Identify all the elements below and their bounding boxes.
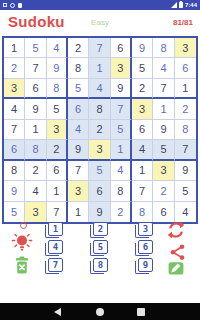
number-button-4[interactable]: 4 — [48, 240, 63, 254]
sudoku-cell-r7c5[interactable]: 5 — [89, 161, 110, 181]
sudoku-cell-r1c1[interactable]: 1 — [4, 38, 25, 58]
sudoku-cell-r3c9[interactable]: 1 — [175, 79, 196, 99]
progress-counter: 81/81 — [173, 18, 193, 27]
sudoku-cell-r9c8[interactable]: 6 — [153, 202, 174, 222]
sudoku-cell-r7c2[interactable]: 2 — [25, 161, 46, 181]
sudoku-cell-r3c8[interactable]: 7 — [153, 79, 174, 99]
sudoku-grid: 1542769832798135463685492714956873127134… — [2, 36, 198, 224]
sudoku-cell-r7c4[interactable]: 7 — [68, 161, 89, 181]
sudoku-cell-r1c2[interactable]: 5 — [25, 38, 46, 58]
restart-icon[interactable] — [167, 221, 185, 239]
sudoku-cell-r6c3[interactable]: 2 — [47, 140, 68, 160]
number-button-9[interactable]: 9 — [138, 258, 153, 272]
sudoku-cell-r8c4[interactable]: 3 — [68, 181, 89, 201]
sudoku-cell-r1c6[interactable]: 6 — [111, 38, 132, 58]
sudoku-cell-r1c3[interactable]: 4 — [47, 38, 68, 58]
sudoku-cell-r9c5[interactable]: 9 — [89, 202, 110, 222]
notification-square-icon — [3, 3, 7, 7]
sudoku-cell-r5c5[interactable]: 2 — [89, 120, 110, 140]
difficulty-label: Easy — [0, 18, 200, 27]
status-bar: 7:44 — [0, 0, 200, 10]
sudoku-cell-r1c5[interactable]: 7 — [89, 38, 110, 58]
notes-pencil-icon[interactable] — [168, 261, 184, 276]
app-header: Sudoku Easy 81/81 — [0, 10, 200, 36]
sudoku-cell-r3c1[interactable]: 3 — [4, 79, 25, 99]
signal-icon — [171, 2, 177, 8]
number-button-6[interactable]: 6 — [138, 240, 153, 254]
sudoku-cell-r7c1[interactable]: 8 — [4, 161, 25, 181]
sudoku-cell-r3c5[interactable]: 4 — [89, 79, 110, 99]
sudoku-cell-r4c1[interactable]: 4 — [4, 99, 25, 119]
sudoku-cell-r3c2[interactable]: 6 — [25, 79, 46, 99]
sudoku-cell-r4c7[interactable]: 3 — [132, 99, 153, 119]
sudoku-cell-r8c6[interactable]: 8 — [111, 181, 132, 201]
sudoku-cell-r2c6[interactable]: 3 — [111, 58, 132, 78]
sudoku-cell-r4c8[interactable]: 1 — [153, 99, 174, 119]
sudoku-cell-r5c6[interactable]: 5 — [111, 120, 132, 140]
back-icon[interactable] — [54, 308, 61, 316]
sudoku-cell-r8c1[interactable]: 9 — [4, 181, 25, 201]
sudoku-cell-r1c8[interactable]: 8 — [153, 38, 174, 58]
erase-trash-icon[interactable] — [14, 256, 30, 274]
sudoku-cell-r2c8[interactable]: 4 — [153, 58, 174, 78]
sudoku-cell-r4c3[interactable]: 5 — [47, 99, 68, 119]
hint-lightbulb-icon[interactable] — [11, 231, 33, 255]
sudoku-cell-r4c4[interactable]: 6 — [68, 99, 89, 119]
sudoku-cell-r8c7[interactable]: 7 — [132, 181, 153, 201]
sudoku-cell-r7c7[interactable]: 1 — [132, 161, 153, 181]
sudoku-cell-r7c3[interactable]: 6 — [47, 161, 68, 181]
sudoku-cell-r1c7[interactable]: 9 — [132, 38, 153, 58]
sudoku-cell-r5c7[interactable]: 6 — [132, 120, 153, 140]
sudoku-cell-r2c5[interactable]: 1 — [89, 58, 110, 78]
sudoku-cell-r5c1[interactable]: 7 — [4, 120, 25, 140]
sudoku-cell-r5c4[interactable]: 4 — [68, 120, 89, 140]
sudoku-cell-r2c7[interactable]: 5 — [132, 58, 153, 78]
hint-indicator-dot — [20, 222, 27, 229]
sudoku-cell-r4c2[interactable]: 9 — [25, 99, 46, 119]
sudoku-cell-r5c3[interactable]: 3 — [47, 120, 68, 140]
number-pad: 123456789 — [48, 222, 153, 272]
number-button-1[interactable]: 1 — [48, 222, 63, 236]
sudoku-cell-r9c9[interactable]: 4 — [175, 202, 196, 222]
sudoku-cell-r3c4[interactable]: 5 — [68, 79, 89, 99]
sudoku-cell-r2c4[interactable]: 8 — [68, 58, 89, 78]
sudoku-cell-r5c8[interactable]: 9 — [153, 120, 174, 140]
sudoku-cell-r6c8[interactable]: 5 — [153, 140, 174, 160]
sudoku-cell-r4c6[interactable]: 7 — [111, 99, 132, 119]
notification-app-icon — [18, 3, 22, 8]
sudoku-cell-r8c3[interactable]: 1 — [47, 181, 68, 201]
home-icon[interactable] — [96, 308, 104, 316]
sudoku-cell-r9c2[interactable]: 3 — [25, 202, 46, 222]
share-icon[interactable] — [170, 244, 185, 260]
number-button-2[interactable]: 2 — [93, 222, 108, 236]
sudoku-cell-r6c7[interactable]: 4 — [132, 140, 153, 160]
sudoku-cell-r6c2[interactable]: 8 — [25, 140, 46, 160]
sudoku-cell-r9c7[interactable]: 8 — [132, 202, 153, 222]
sudoku-cell-r6c1[interactable]: 6 — [4, 140, 25, 160]
sudoku-cell-r3c3[interactable]: 8 — [47, 79, 68, 99]
sudoku-cell-r9c4[interactable]: 1 — [68, 202, 89, 222]
sudoku-cell-r6c4[interactable]: 9 — [68, 140, 89, 160]
sudoku-cell-r8c8[interactable]: 2 — [153, 181, 174, 201]
sudoku-cell-r4c5[interactable]: 8 — [89, 99, 110, 119]
number-button-5[interactable]: 5 — [93, 240, 108, 254]
sudoku-cell-r7c9[interactable]: 9 — [175, 161, 196, 181]
sudoku-cell-r3c6[interactable]: 9 — [111, 79, 132, 99]
sudoku-cell-r8c5[interactable]: 6 — [89, 181, 110, 201]
sudoku-cell-r7c6[interactable]: 4 — [111, 161, 132, 181]
battery-icon — [179, 2, 183, 8]
sudoku-cell-r9c1[interactable]: 5 — [4, 202, 25, 222]
sudoku-cell-r1c9[interactable]: 3 — [175, 38, 196, 58]
number-button-8[interactable]: 8 — [93, 258, 108, 272]
sudoku-cell-r6c9[interactable]: 7 — [175, 140, 196, 160]
sudoku-cell-r2c1[interactable]: 2 — [4, 58, 25, 78]
notification-circle-icon — [10, 3, 15, 8]
sudoku-cell-r2c3[interactable]: 9 — [47, 58, 68, 78]
sudoku-cell-r8c2[interactable]: 4 — [25, 181, 46, 201]
sudoku-cell-r9c6[interactable]: 2 — [111, 202, 132, 222]
sudoku-cell-r5c9[interactable]: 8 — [175, 120, 196, 140]
number-button-3[interactable]: 3 — [138, 222, 153, 236]
sudoku-cell-r3c7[interactable]: 2 — [132, 79, 153, 99]
sudoku-cell-r6c6[interactable]: 1 — [111, 140, 132, 160]
sudoku-cell-r1c4[interactable]: 2 — [68, 38, 89, 58]
android-nav-bar — [0, 303, 200, 320]
sudoku-cell-r4c9[interactable]: 2 — [175, 99, 196, 119]
clock: 7:44 — [185, 0, 197, 10]
recents-icon[interactable] — [137, 308, 145, 316]
sudoku-cell-r5c2[interactable]: 1 — [25, 120, 46, 140]
sudoku-cell-r6c5[interactable]: 3 — [89, 140, 110, 160]
sudoku-app: 7:44 Sudoku Easy 81/81 15427698327981354… — [0, 0, 200, 320]
sudoku-cell-r9c3[interactable]: 7 — [47, 202, 68, 222]
sudoku-cell-r2c9[interactable]: 6 — [175, 58, 196, 78]
sudoku-cell-r2c2[interactable]: 7 — [25, 58, 46, 78]
number-button-7[interactable]: 7 — [48, 258, 63, 272]
sudoku-cell-r7c8[interactable]: 3 — [153, 161, 174, 181]
sudoku-cell-r8c9[interactable]: 5 — [175, 181, 196, 201]
